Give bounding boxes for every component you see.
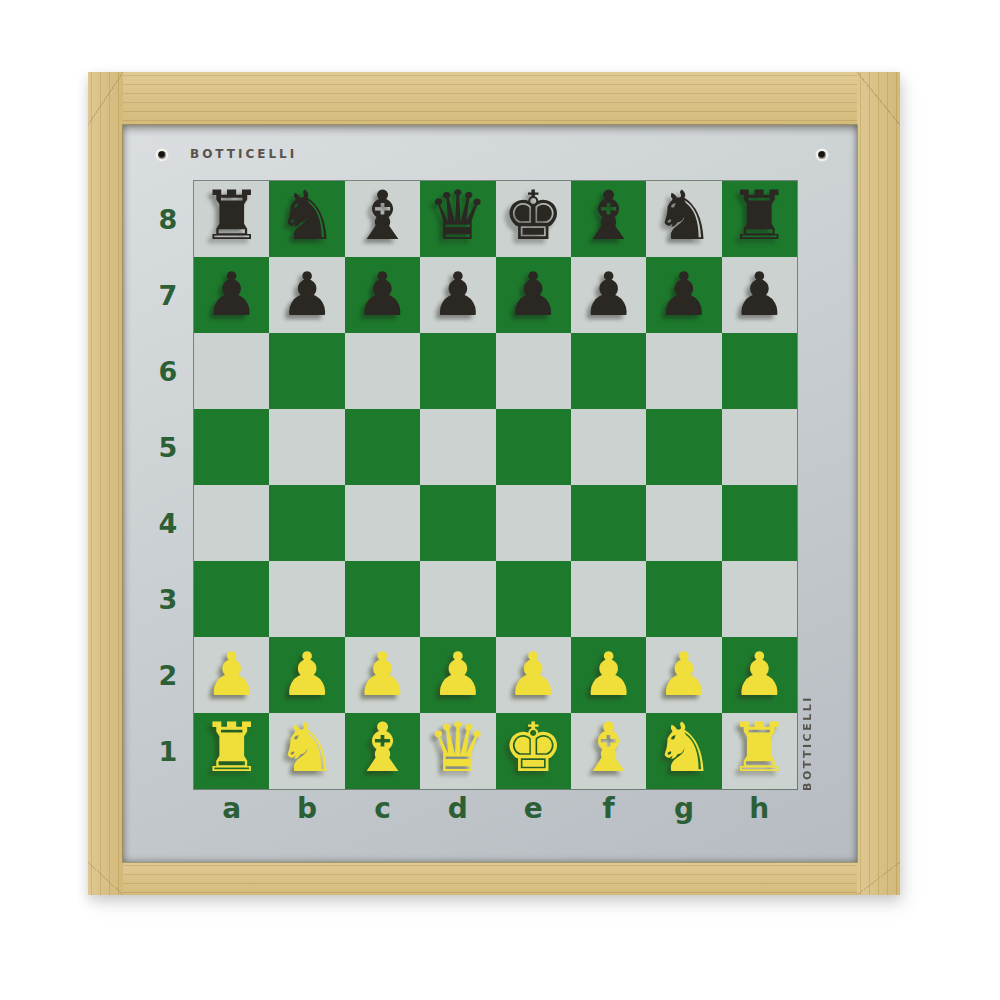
square-c5[interactable] xyxy=(345,409,420,485)
square-f5[interactable] xyxy=(571,409,646,485)
piece-black-pawn-e7[interactable]: ♟ xyxy=(506,264,560,324)
square-a8[interactable]: ♜ xyxy=(194,181,269,257)
rank-labels: 87654321 xyxy=(147,181,189,789)
piece-yellow-pawn-f2[interactable]: ♟ xyxy=(582,644,636,704)
square-g3[interactable] xyxy=(646,561,721,637)
square-g5[interactable] xyxy=(646,409,721,485)
square-c3[interactable] xyxy=(345,561,420,637)
square-h8[interactable]: ♜ xyxy=(722,181,797,257)
file-label-b: b xyxy=(269,791,344,825)
rank-label-3: 3 xyxy=(147,561,189,637)
square-d8[interactable]: ♛ xyxy=(420,181,495,257)
square-g7[interactable]: ♟ xyxy=(646,257,721,333)
piece-black-pawn-f7[interactable]: ♟ xyxy=(582,264,636,324)
square-a2[interactable]: ♟ xyxy=(194,637,269,713)
square-g8[interactable]: ♞ xyxy=(646,181,721,257)
square-b2[interactable]: ♟ xyxy=(269,637,344,713)
square-g1[interactable]: ♞ xyxy=(646,713,721,789)
piece-yellow-rook-h1[interactable]: ♜ xyxy=(729,714,790,782)
piece-yellow-pawn-d2[interactable]: ♟ xyxy=(431,644,485,704)
square-a7[interactable]: ♟ xyxy=(194,257,269,333)
square-f3[interactable] xyxy=(571,561,646,637)
square-d6[interactable] xyxy=(420,333,495,409)
square-e5[interactable] xyxy=(496,409,571,485)
piece-yellow-pawn-a2[interactable]: ♟ xyxy=(205,644,259,704)
square-g2[interactable]: ♟ xyxy=(646,637,721,713)
rank-label-4: 4 xyxy=(147,485,189,561)
file-label-g: g xyxy=(646,791,721,825)
square-e2[interactable]: ♟ xyxy=(496,637,571,713)
square-a3[interactable] xyxy=(194,561,269,637)
square-h5[interactable] xyxy=(722,409,797,485)
square-d7[interactable]: ♟ xyxy=(420,257,495,333)
piece-black-rook-a8[interactable]: ♜ xyxy=(201,182,262,250)
piece-black-bishop-f8[interactable]: ♝ xyxy=(578,182,639,250)
piece-yellow-pawn-e2[interactable]: ♟ xyxy=(506,644,560,704)
piece-yellow-pawn-b2[interactable]: ♟ xyxy=(280,644,334,704)
piece-yellow-pawn-g2[interactable]: ♟ xyxy=(657,644,711,704)
piece-black-queen-d8[interactable]: ♛ xyxy=(427,182,488,250)
chessboard: ♜♞♝♛♚♝♞♜♟♟♟♟♟♟♟♟♟♟♟♟♟♟♟♟♜♞♝♛♚♝♞♜ xyxy=(194,181,797,789)
piece-yellow-king-e1[interactable]: ♚ xyxy=(503,714,564,782)
piece-black-pawn-g7[interactable]: ♟ xyxy=(657,264,711,324)
piece-black-bishop-c8[interactable]: ♝ xyxy=(352,182,413,250)
square-d3[interactable] xyxy=(420,561,495,637)
square-c2[interactable]: ♟ xyxy=(345,637,420,713)
wood-frame-right xyxy=(857,72,900,895)
square-h3[interactable] xyxy=(722,561,797,637)
square-a6[interactable] xyxy=(194,333,269,409)
square-e7[interactable]: ♟ xyxy=(496,257,571,333)
piece-black-rook-h8[interactable]: ♜ xyxy=(729,182,790,250)
square-c7[interactable]: ♟ xyxy=(345,257,420,333)
square-d5[interactable] xyxy=(420,409,495,485)
wood-frame-bottom xyxy=(88,862,900,895)
piece-yellow-bishop-c1[interactable]: ♝ xyxy=(352,714,413,782)
square-h4[interactable] xyxy=(722,485,797,561)
square-d1[interactable]: ♛ xyxy=(420,713,495,789)
square-b4[interactable] xyxy=(269,485,344,561)
file-label-e: e xyxy=(496,791,571,825)
square-h1[interactable]: ♜ xyxy=(722,713,797,789)
piece-black-pawn-a7[interactable]: ♟ xyxy=(205,264,259,324)
square-d2[interactable]: ♟ xyxy=(420,637,495,713)
piece-black-pawn-c7[interactable]: ♟ xyxy=(356,264,410,324)
square-f1[interactable]: ♝ xyxy=(571,713,646,789)
piece-black-pawn-b7[interactable]: ♟ xyxy=(280,264,334,324)
piece-black-knight-b8[interactable]: ♞ xyxy=(277,182,338,250)
square-e8[interactable]: ♚ xyxy=(496,181,571,257)
square-f2[interactable]: ♟ xyxy=(571,637,646,713)
square-b5[interactable] xyxy=(269,409,344,485)
photo-background: BOTTICELLI 87654321 ♜♞♝♛♚♝♞♜♟♟♟♟♟♟♟♟♟♟♟♟… xyxy=(0,0,1000,1000)
square-c4[interactable] xyxy=(345,485,420,561)
piece-black-pawn-h7[interactable]: ♟ xyxy=(732,264,786,324)
square-b7[interactable]: ♟ xyxy=(269,257,344,333)
wood-frame-top xyxy=(88,72,900,125)
piece-yellow-rook-a1[interactable]: ♜ xyxy=(201,714,262,782)
square-a1[interactable]: ♜ xyxy=(194,713,269,789)
piece-black-knight-g8[interactable]: ♞ xyxy=(653,182,714,250)
rank-label-7: 7 xyxy=(147,257,189,333)
piece-black-pawn-d7[interactable]: ♟ xyxy=(431,264,485,324)
screw-hole-left xyxy=(158,151,166,159)
square-a5[interactable] xyxy=(194,409,269,485)
wall-chessboard-plaque: BOTTICELLI 87654321 ♜♞♝♛♚♝♞♜♟♟♟♟♟♟♟♟♟♟♟♟… xyxy=(88,72,900,895)
file-labels: abcdefgh xyxy=(194,791,797,825)
piece-yellow-pawn-c2[interactable]: ♟ xyxy=(356,644,410,704)
piece-yellow-queen-d1[interactable]: ♛ xyxy=(427,714,488,782)
rank-label-6: 6 xyxy=(147,333,189,409)
square-b8[interactable]: ♞ xyxy=(269,181,344,257)
square-b6[interactable] xyxy=(269,333,344,409)
square-g4[interactable] xyxy=(646,485,721,561)
board-surface: BOTTICELLI 87654321 ♜♞♝♛♚♝♞♜♟♟♟♟♟♟♟♟♟♟♟♟… xyxy=(123,125,857,862)
square-c1[interactable]: ♝ xyxy=(345,713,420,789)
square-d4[interactable] xyxy=(420,485,495,561)
square-e6[interactable] xyxy=(496,333,571,409)
piece-black-king-e8[interactable]: ♚ xyxy=(503,182,564,250)
square-b3[interactable] xyxy=(269,561,344,637)
file-label-a: a xyxy=(194,791,269,825)
rank-label-2: 2 xyxy=(147,637,189,713)
rank-label-5: 5 xyxy=(147,409,189,485)
rank-label-8: 8 xyxy=(147,181,189,257)
piece-yellow-knight-g1[interactable]: ♞ xyxy=(653,714,714,782)
file-label-c: c xyxy=(345,791,420,825)
square-c6[interactable] xyxy=(345,333,420,409)
file-label-d: d xyxy=(420,791,495,825)
square-h2[interactable]: ♟ xyxy=(722,637,797,713)
piece-yellow-knight-b1[interactable]: ♞ xyxy=(277,714,338,782)
rank-label-1: 1 xyxy=(147,713,189,789)
square-b1[interactable]: ♞ xyxy=(269,713,344,789)
square-h7[interactable]: ♟ xyxy=(722,257,797,333)
square-f7[interactable]: ♟ xyxy=(571,257,646,333)
brand-logo-top: BOTTICELLI xyxy=(190,147,297,161)
square-a4[interactable] xyxy=(194,485,269,561)
screw-hole-right xyxy=(818,151,826,159)
square-e3[interactable] xyxy=(496,561,571,637)
square-f6[interactable] xyxy=(571,333,646,409)
brand-logo-side: BOTTICELLI xyxy=(801,697,814,791)
square-c8[interactable]: ♝ xyxy=(345,181,420,257)
piece-yellow-pawn-h2[interactable]: ♟ xyxy=(732,644,786,704)
square-f4[interactable] xyxy=(571,485,646,561)
square-h6[interactable] xyxy=(722,333,797,409)
file-label-f: f xyxy=(571,791,646,825)
piece-yellow-bishop-f1[interactable]: ♝ xyxy=(578,714,639,782)
square-g6[interactable] xyxy=(646,333,721,409)
square-f8[interactable]: ♝ xyxy=(571,181,646,257)
file-label-h: h xyxy=(722,791,797,825)
square-e1[interactable]: ♚ xyxy=(496,713,571,789)
wood-frame-left xyxy=(88,72,123,895)
square-e4[interactable] xyxy=(496,485,571,561)
